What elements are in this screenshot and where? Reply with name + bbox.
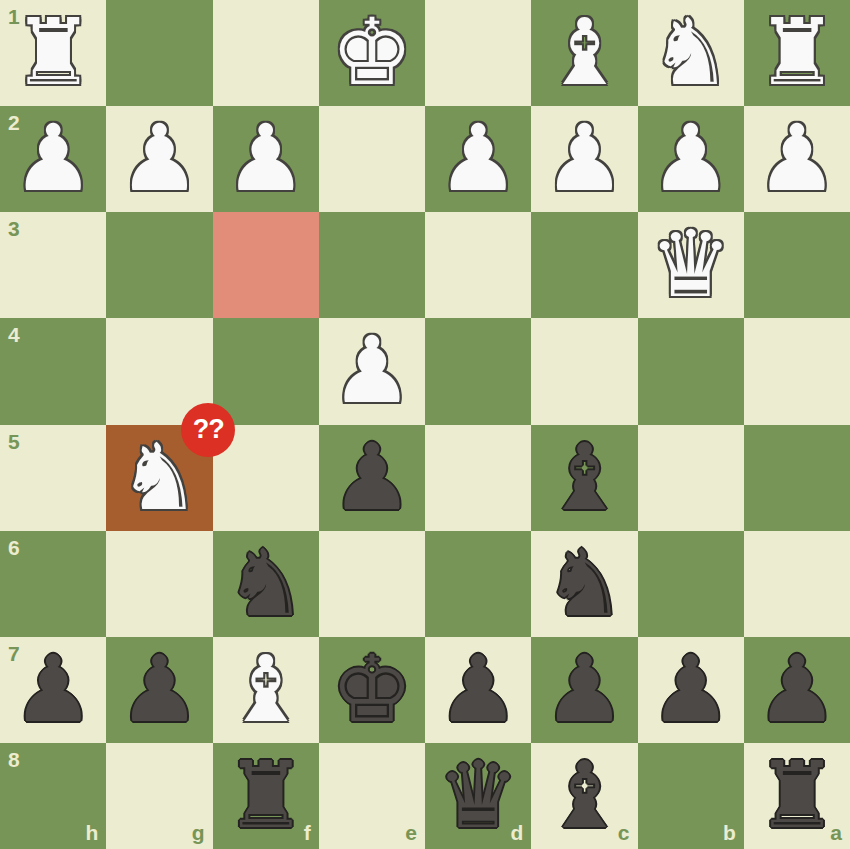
square-b8[interactable]: b [638,743,744,849]
white-king[interactable]: ♚ [319,0,425,106]
white-queen[interactable]: ♛ [638,212,744,318]
square-h3[interactable]: 3 [0,212,106,318]
square-e7[interactable]: ♚ [319,637,425,743]
white-rook[interactable]: ♜ [744,0,850,106]
square-a5[interactable] [744,425,850,531]
black-rook[interactable]: ♜ [744,743,850,849]
square-e3[interactable] [319,212,425,318]
black-pawn[interactable]: ♟ [106,637,212,743]
black-queen[interactable]: ♛ [425,743,531,849]
square-f2[interactable]: ♟ [213,106,319,212]
square-c7[interactable]: ♟ [531,637,637,743]
square-g7[interactable]: ♟ [106,637,212,743]
square-g3[interactable] [106,212,212,318]
file-label-e: e [405,821,417,845]
square-g8[interactable]: g [106,743,212,849]
square-g1[interactable] [106,0,212,106]
square-g5[interactable]: ♞?? [106,425,212,531]
square-d2[interactable]: ♟ [425,106,531,212]
square-h6[interactable]: 6 [0,531,106,637]
square-b3[interactable]: ♛ [638,212,744,318]
square-h4[interactable]: 4 [0,318,106,424]
square-e8[interactable]: e [319,743,425,849]
square-e5[interactable]: ♟ [319,425,425,531]
square-h2[interactable]: 2♟ [0,106,106,212]
black-knight[interactable]: ♞ [531,531,637,637]
square-a7[interactable]: ♟ [744,637,850,743]
black-pawn[interactable]: ♟ [319,425,425,531]
black-king[interactable]: ♚ [319,637,425,743]
square-a8[interactable]: a♜ [744,743,850,849]
white-pawn[interactable]: ♟ [531,106,637,212]
black-knight[interactable]: ♞ [213,531,319,637]
square-b6[interactable] [638,531,744,637]
square-d3[interactable] [425,212,531,318]
square-h1[interactable]: 1♜ [0,0,106,106]
white-bishop[interactable]: ♝ [213,637,319,743]
square-h7[interactable]: 7♟ [0,637,106,743]
black-bishop[interactable]: ♝ [531,425,637,531]
square-e1[interactable]: ♚ [319,0,425,106]
chess-board: 1♜♚♝♞♜2♟♟♟♟♟♟♟3♛4♟5♞??♟♝6♞♞7♟♟♝♚♟♟♟♟8hgf… [0,0,850,849]
white-pawn[interactable]: ♟ [0,106,106,212]
black-rook[interactable]: ♜ [213,743,319,849]
square-g6[interactable] [106,531,212,637]
square-f7[interactable]: ♝ [213,637,319,743]
square-f4[interactable] [213,318,319,424]
square-d6[interactable] [425,531,531,637]
white-pawn[interactable]: ♟ [425,106,531,212]
square-h5[interactable]: 5 [0,425,106,531]
rank-label-6: 6 [8,536,20,560]
file-label-h: h [85,821,98,845]
square-c2[interactable]: ♟ [531,106,637,212]
black-pawn[interactable]: ♟ [425,637,531,743]
black-pawn[interactable]: ♟ [638,637,744,743]
square-f3[interactable] [213,212,319,318]
square-c8[interactable]: c♝ [531,743,637,849]
white-pawn[interactable]: ♟ [319,318,425,424]
square-b1[interactable]: ♞ [638,0,744,106]
square-d8[interactable]: d♛ [425,743,531,849]
blunder-badge: ?? [181,403,235,457]
square-e2[interactable] [319,106,425,212]
square-f1[interactable] [213,0,319,106]
square-c3[interactable] [531,212,637,318]
square-c5[interactable]: ♝ [531,425,637,531]
square-b2[interactable]: ♟ [638,106,744,212]
square-h8[interactable]: 8h [0,743,106,849]
square-e6[interactable] [319,531,425,637]
square-a4[interactable] [744,318,850,424]
square-d5[interactable] [425,425,531,531]
square-g2[interactable]: ♟ [106,106,212,212]
white-pawn[interactable]: ♟ [106,106,212,212]
white-pawn[interactable]: ♟ [213,106,319,212]
square-f6[interactable]: ♞ [213,531,319,637]
square-b5[interactable] [638,425,744,531]
square-e4[interactable]: ♟ [319,318,425,424]
file-label-b: b [723,821,736,845]
black-pawn[interactable]: ♟ [531,637,637,743]
rank-label-3: 3 [8,217,20,241]
black-bishop[interactable]: ♝ [531,743,637,849]
white-pawn[interactable]: ♟ [744,106,850,212]
square-a3[interactable] [744,212,850,318]
square-c4[interactable] [531,318,637,424]
white-bishop[interactable]: ♝ [531,0,637,106]
black-pawn[interactable]: ♟ [744,637,850,743]
square-a2[interactable]: ♟ [744,106,850,212]
square-d4[interactable] [425,318,531,424]
rank-label-8: 8 [8,748,20,772]
white-knight[interactable]: ♞ [638,0,744,106]
white-rook[interactable]: ♜ [0,0,106,106]
square-c6[interactable]: ♞ [531,531,637,637]
square-b4[interactable] [638,318,744,424]
rank-label-5: 5 [8,430,20,454]
black-pawn[interactable]: ♟ [0,637,106,743]
square-d7[interactable]: ♟ [425,637,531,743]
file-label-g: g [192,821,205,845]
square-f8[interactable]: f♜ [213,743,319,849]
square-b7[interactable]: ♟ [638,637,744,743]
square-d1[interactable] [425,0,531,106]
square-c1[interactable]: ♝ [531,0,637,106]
white-pawn[interactable]: ♟ [638,106,744,212]
square-a1[interactable]: ♜ [744,0,850,106]
square-a6[interactable] [744,531,850,637]
rank-label-4: 4 [8,323,20,347]
